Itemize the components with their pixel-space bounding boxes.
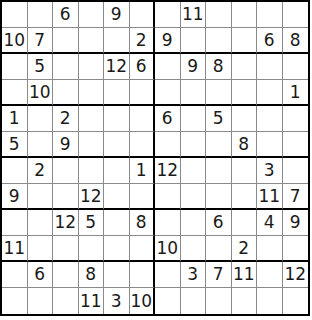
cell-r11c4[interactable]: 8 — [79, 262, 105, 288]
cell-r1c7[interactable] — [155, 2, 181, 28]
given-digit: 3 — [187, 266, 198, 283]
cell-r10c1[interactable]: 11 — [2, 236, 28, 262]
cell-r6c9[interactable] — [206, 132, 232, 158]
given-digit: 9 — [187, 58, 198, 75]
cell-r4c9[interactable] — [206, 80, 232, 106]
cell-r5c11[interactable] — [257, 106, 283, 132]
cell-r3c10[interactable] — [232, 54, 258, 80]
cell-r3c12[interactable] — [283, 54, 309, 80]
given-digit: 11 — [80, 293, 102, 310]
cell-r1c11[interactable] — [257, 2, 283, 28]
cell-r10c8[interactable] — [181, 236, 207, 262]
cell-r12c9[interactable] — [206, 288, 232, 314]
cell-r9c8[interactable] — [181, 210, 207, 236]
cell-r12c3[interactable] — [53, 288, 79, 314]
cell-r11c12[interactable]: 12 — [283, 262, 309, 288]
cell-r5c8[interactable] — [181, 106, 207, 132]
cell-r2c8[interactable] — [181, 28, 207, 54]
cell-r1c5[interactable]: 9 — [104, 2, 130, 28]
cell-r2c3[interactable] — [53, 28, 79, 54]
cell-r6c6[interactable] — [130, 132, 156, 158]
given-digit: 12 — [80, 188, 102, 205]
cell-r8c9[interactable] — [206, 184, 232, 210]
cell-r5c6[interactable] — [130, 106, 156, 132]
given-digit: 1 — [290, 84, 301, 101]
cell-r2c9[interactable] — [206, 28, 232, 54]
cell-r3c2[interactable]: 5 — [28, 54, 54, 80]
cell-r12c8[interactable] — [181, 288, 207, 314]
cell-r5c10[interactable] — [232, 106, 258, 132]
cell-r3c3[interactable] — [53, 54, 79, 80]
given-digit: 5 — [34, 58, 45, 75]
cell-r8c10[interactable] — [232, 184, 258, 210]
given-digit: 9 — [60, 136, 71, 153]
cell-r11c5[interactable] — [104, 262, 130, 288]
cell-r11c3[interactable] — [53, 262, 79, 288]
given-digit: 10 — [29, 84, 51, 101]
cell-r6c3[interactable]: 9 — [53, 132, 79, 158]
cell-r5c4[interactable] — [79, 106, 105, 132]
given-digit: 2 — [238, 240, 249, 257]
cell-r1c9[interactable] — [206, 2, 232, 28]
given-digit: 6 — [264, 32, 275, 49]
cell-r4c12[interactable]: 1 — [283, 80, 309, 106]
cell-r4c8[interactable] — [181, 80, 207, 106]
given-digit: 7 — [34, 32, 45, 49]
cell-r7c7[interactable]: 12 — [155, 158, 181, 184]
cell-r3c1[interactable] — [2, 54, 28, 80]
cell-r11c6[interactable] — [130, 262, 156, 288]
cell-r9c12[interactable]: 9 — [283, 210, 309, 236]
cell-r7c6[interactable]: 1 — [130, 158, 156, 184]
given-digit: 8 — [290, 32, 301, 49]
cell-r9c1[interactable] — [2, 210, 28, 236]
sudoku-board: 6911107296851269810112655982112391211712… — [0, 0, 310, 316]
cell-r1c2[interactable] — [28, 2, 54, 28]
cell-r6c12[interactable] — [283, 132, 309, 158]
cell-r4c7[interactable] — [155, 80, 181, 106]
cell-r6c11[interactable] — [257, 132, 283, 158]
cell-r2c1[interactable]: 10 — [2, 28, 28, 54]
cell-r1c6[interactable] — [130, 2, 156, 28]
cell-r2c12[interactable]: 8 — [283, 28, 309, 54]
given-digit: 5 — [85, 214, 96, 231]
cell-r4c11[interactable] — [257, 80, 283, 106]
given-digit: 7 — [290, 188, 301, 205]
given-digit: 8 — [85, 266, 96, 283]
cell-r4c1[interactable] — [2, 80, 28, 106]
given-digit: 6 — [162, 110, 173, 127]
cell-r9c4[interactable]: 5 — [79, 210, 105, 236]
cell-r7c12[interactable] — [283, 158, 309, 184]
cell-r11c8[interactable]: 3 — [181, 262, 207, 288]
cell-r7c1[interactable] — [2, 158, 28, 184]
cell-r1c3[interactable]: 6 — [53, 2, 79, 28]
cell-r8c4[interactable]: 12 — [79, 184, 105, 210]
given-digit: 4 — [264, 214, 275, 231]
cell-r10c9[interactable] — [206, 236, 232, 262]
given-digit: 2 — [60, 110, 71, 127]
cell-r9c2[interactable] — [28, 210, 54, 236]
cell-r6c1[interactable]: 5 — [2, 132, 28, 158]
cell-r10c11[interactable] — [257, 236, 283, 262]
cell-r3c11[interactable] — [257, 54, 283, 80]
given-digit: 8 — [238, 136, 249, 153]
cell-r12c11[interactable] — [257, 288, 283, 314]
cell-r2c2[interactable]: 7 — [28, 28, 54, 54]
cell-r3c5[interactable]: 12 — [104, 54, 130, 80]
given-digit: 3 — [111, 293, 122, 310]
cell-r8c11[interactable]: 11 — [257, 184, 283, 210]
cell-r1c8[interactable]: 11 — [181, 2, 207, 28]
given-digit: 9 — [111, 6, 122, 23]
cell-r4c10[interactable] — [232, 80, 258, 106]
cell-r5c2[interactable] — [28, 106, 54, 132]
cell-r7c5[interactable] — [104, 158, 130, 184]
given-digit: 11 — [3, 240, 25, 257]
cell-r8c8[interactable] — [181, 184, 207, 210]
cell-r6c7[interactable] — [155, 132, 181, 158]
cell-r5c7[interactable]: 6 — [155, 106, 181, 132]
given-digit: 2 — [136, 32, 147, 49]
cell-r10c7[interactable]: 10 — [155, 236, 181, 262]
given-digit: 6 — [34, 266, 45, 283]
cell-r10c10[interactable]: 2 — [232, 236, 258, 262]
cell-r5c12[interactable] — [283, 106, 309, 132]
given-digit: 2 — [34, 162, 45, 179]
given-digit: 11 — [182, 6, 204, 23]
given-digit: 8 — [213, 58, 224, 75]
cell-r9c5[interactable] — [104, 210, 130, 236]
given-digit: 6 — [213, 214, 224, 231]
cell-r3c9[interactable]: 8 — [206, 54, 232, 80]
given-digit: 9 — [162, 32, 173, 49]
cell-r5c9[interactable]: 5 — [206, 106, 232, 132]
cell-r2c7[interactable]: 9 — [155, 28, 181, 54]
cell-r8c7[interactable] — [155, 184, 181, 210]
given-digit: 1 — [136, 162, 147, 179]
cell-r12c2[interactable] — [28, 288, 54, 314]
cell-r8c5[interactable] — [104, 184, 130, 210]
given-digit: 12 — [105, 58, 127, 75]
given-digit: 11 — [233, 266, 255, 283]
given-digit: 3 — [264, 162, 275, 179]
cell-r2c11[interactable]: 6 — [257, 28, 283, 54]
cell-r1c1[interactable] — [2, 2, 28, 28]
cell-r3c6[interactable]: 6 — [130, 54, 156, 80]
given-digit: 12 — [284, 266, 306, 283]
cell-r9c3[interactable]: 12 — [53, 210, 79, 236]
cell-r12c5[interactable]: 3 — [104, 288, 130, 314]
cell-r11c1[interactable] — [2, 262, 28, 288]
given-digit: 8 — [136, 214, 147, 231]
cell-r7c4[interactable] — [79, 158, 105, 184]
cell-r7c9[interactable] — [206, 158, 232, 184]
given-digit: 11 — [258, 188, 280, 205]
cell-r11c11[interactable] — [257, 262, 283, 288]
cell-r12c6[interactable]: 10 — [130, 288, 156, 314]
cell-r10c5[interactable] — [104, 236, 130, 262]
cell-r7c3[interactable] — [53, 158, 79, 184]
cell-r8c2[interactable] — [28, 184, 54, 210]
cell-r7c11[interactable]: 3 — [257, 158, 283, 184]
cell-r1c4[interactable] — [79, 2, 105, 28]
given-digit: 6 — [60, 6, 71, 23]
sudoku-page: 6911107296851269810112655982112391211712… — [0, 0, 312, 320]
given-digit: 5 — [213, 110, 224, 127]
cell-r6c5[interactable] — [104, 132, 130, 158]
given-digit: 5 — [9, 136, 20, 153]
cell-r11c7[interactable] — [155, 262, 181, 288]
cell-r5c3[interactable]: 2 — [53, 106, 79, 132]
cell-r5c5[interactable] — [104, 106, 130, 132]
given-digit: 9 — [290, 214, 301, 231]
cell-r4c2[interactable]: 10 — [28, 80, 54, 106]
given-digit: 10 — [156, 240, 178, 257]
cell-r12c12[interactable] — [283, 288, 309, 314]
cell-r3c8[interactable]: 9 — [181, 54, 207, 80]
cell-r7c2[interactable]: 2 — [28, 158, 54, 184]
cell-r12c1[interactable] — [2, 288, 28, 314]
cell-r2c4[interactable] — [79, 28, 105, 54]
cell-r2c10[interactable] — [232, 28, 258, 54]
cell-r12c7[interactable] — [155, 288, 181, 314]
cell-r8c1[interactable]: 9 — [2, 184, 28, 210]
cell-r8c12[interactable]: 7 — [283, 184, 309, 210]
cell-r9c11[interactable]: 4 — [257, 210, 283, 236]
given-digit: 1 — [9, 110, 20, 127]
given-digit: 6 — [136, 58, 147, 75]
cell-r1c12[interactable] — [283, 2, 309, 28]
cell-r4c4[interactable] — [79, 80, 105, 106]
cell-r9c10[interactable] — [232, 210, 258, 236]
cell-r12c4[interactable]: 11 — [79, 288, 105, 314]
cell-r10c6[interactable] — [130, 236, 156, 262]
cell-r6c8[interactable] — [181, 132, 207, 158]
cell-r11c2[interactable]: 6 — [28, 262, 54, 288]
cell-r3c7[interactable] — [155, 54, 181, 80]
cell-r9c6[interactable]: 8 — [130, 210, 156, 236]
cell-r9c7[interactable] — [155, 210, 181, 236]
cell-r10c3[interactable] — [53, 236, 79, 262]
cell-r6c2[interactable] — [28, 132, 54, 158]
cell-r5c1[interactable]: 1 — [2, 106, 28, 132]
cell-r2c6[interactable]: 2 — [130, 28, 156, 54]
given-digit: 7 — [213, 266, 224, 283]
cell-r3c4[interactable] — [79, 54, 105, 80]
cell-r8c6[interactable] — [130, 184, 156, 210]
given-digit: 9 — [9, 188, 20, 205]
cell-r4c6[interactable] — [130, 80, 156, 106]
cell-r1c10[interactable] — [232, 2, 258, 28]
cell-r12c10[interactable] — [232, 288, 258, 314]
given-digit: 10 — [130, 293, 152, 310]
cell-r11c10[interactable]: 11 — [232, 262, 258, 288]
given-digit: 12 — [54, 214, 76, 231]
cell-r10c4[interactable] — [79, 236, 105, 262]
cell-r6c4[interactable] — [79, 132, 105, 158]
given-digit: 10 — [3, 32, 25, 49]
cell-r11c9[interactable]: 7 — [206, 262, 232, 288]
cell-r4c3[interactable] — [53, 80, 79, 106]
cell-r9c9[interactable]: 6 — [206, 210, 232, 236]
cell-r10c2[interactable] — [28, 236, 54, 262]
given-digit: 12 — [156, 162, 178, 179]
cell-r10c12[interactable] — [283, 236, 309, 262]
cell-r4c5[interactable] — [104, 80, 130, 106]
cell-r6c10[interactable]: 8 — [232, 132, 258, 158]
cell-r2c5[interactable] — [104, 28, 130, 54]
cell-r7c10[interactable] — [232, 158, 258, 184]
cell-r8c3[interactable] — [53, 184, 79, 210]
cell-r7c8[interactable] — [181, 158, 207, 184]
